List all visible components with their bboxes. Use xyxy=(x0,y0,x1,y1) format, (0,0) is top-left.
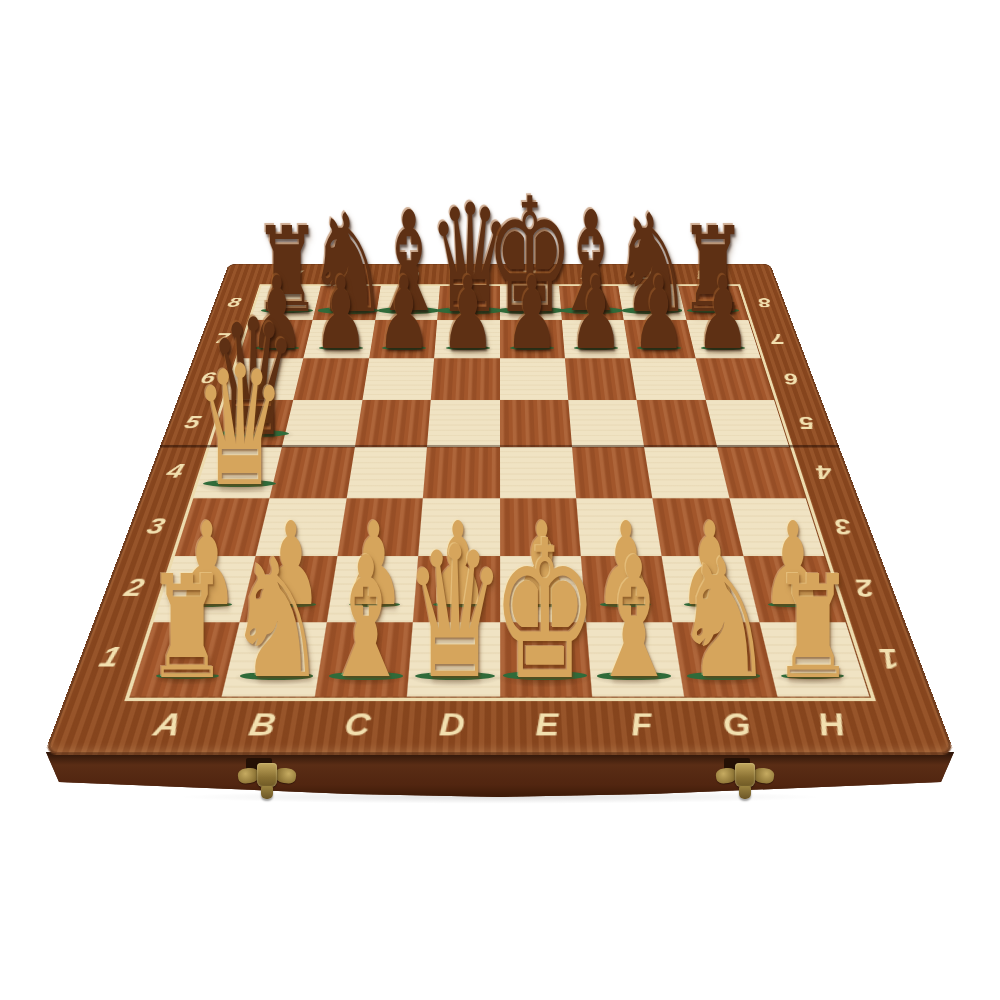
square-f3 xyxy=(576,498,662,556)
square-h6 xyxy=(695,358,774,400)
square-f6 xyxy=(565,358,637,400)
rank-label-right-8: 8 xyxy=(741,286,788,321)
file-label-far-c: C xyxy=(381,266,442,284)
fold-hinge-seam xyxy=(160,445,840,447)
square-e5 xyxy=(500,400,572,446)
rank-label-left-7: 7 xyxy=(196,320,246,358)
square-d2 xyxy=(413,556,499,622)
chess-board: ABCDEFGH ABCDEFGH 87654321 87654321 xyxy=(44,264,955,755)
square-c4 xyxy=(346,447,427,499)
file-label-far-f: F xyxy=(557,266,618,284)
board-perspective: ABCDEFGH ABCDEFGH 87654321 87654321 xyxy=(160,107,839,786)
square-c3 xyxy=(337,498,423,556)
square-b1 xyxy=(222,622,326,697)
square-f1 xyxy=(586,622,684,697)
square-f8 xyxy=(559,286,624,321)
file-label-far-d: D xyxy=(440,266,499,284)
square-b3 xyxy=(256,498,347,556)
file-label-near-b: B xyxy=(210,702,314,748)
rank-label-left-8: 8 xyxy=(210,286,257,321)
square-g4 xyxy=(644,447,729,499)
square-h7 xyxy=(686,320,760,358)
square-d1 xyxy=(407,622,499,697)
square-c1 xyxy=(315,622,413,697)
square-d7 xyxy=(434,320,499,358)
rank-label-right-7: 7 xyxy=(753,320,803,358)
file-label-far-e: E xyxy=(500,266,559,284)
file-label-near-e: E xyxy=(500,702,597,748)
file-coordinates-near: ABCDEFGH xyxy=(113,702,886,748)
square-c6 xyxy=(362,358,434,400)
square-c5 xyxy=(355,400,431,446)
square-a3 xyxy=(175,498,270,556)
square-a1 xyxy=(130,622,241,697)
square-d5 xyxy=(427,400,499,446)
square-b7 xyxy=(304,320,375,358)
rank-label-right-5: 5 xyxy=(779,400,836,446)
square-e7 xyxy=(500,320,565,358)
square-a4 xyxy=(193,447,282,499)
square-b2 xyxy=(240,556,337,622)
square-g6 xyxy=(630,358,705,400)
square-f5 xyxy=(568,400,644,446)
square-c2 xyxy=(327,556,419,622)
square-e6 xyxy=(500,358,569,400)
square-e1 xyxy=(500,622,592,697)
square-c7 xyxy=(369,320,437,358)
square-a8 xyxy=(251,286,322,321)
square-d4 xyxy=(423,447,500,499)
file-label-near-g: G xyxy=(685,702,789,748)
file-label-near-d: D xyxy=(403,702,500,748)
square-g2 xyxy=(662,556,759,622)
square-a7 xyxy=(238,320,312,358)
square-e2 xyxy=(500,556,586,622)
clasp-body-icon xyxy=(257,763,277,787)
brass-clasp-right xyxy=(716,761,774,803)
brass-clasp-left xyxy=(238,761,296,803)
file-label-far-g: G xyxy=(615,266,677,284)
square-h2 xyxy=(743,556,845,622)
file-label-far-h: H xyxy=(673,266,737,284)
file-label-near-c: C xyxy=(306,702,406,748)
square-g3 xyxy=(653,498,744,556)
square-d3 xyxy=(418,498,499,556)
file-label-near-h: H xyxy=(778,702,886,748)
file-label-far-a: A xyxy=(262,266,326,284)
square-b4 xyxy=(270,447,355,499)
square-h5 xyxy=(705,400,789,446)
square-e3 xyxy=(500,498,581,556)
clasp-body-icon xyxy=(735,763,755,787)
file-label-near-f: F xyxy=(592,702,692,748)
square-c8 xyxy=(375,286,440,321)
square-f2 xyxy=(581,556,673,622)
square-d8 xyxy=(437,286,499,321)
file-label-near-a: A xyxy=(113,702,221,748)
square-h4 xyxy=(717,447,806,499)
square-h3 xyxy=(729,498,824,556)
square-d6 xyxy=(431,358,500,400)
square-f7 xyxy=(562,320,630,358)
rank-label-right-6: 6 xyxy=(765,358,819,400)
square-a6 xyxy=(225,358,304,400)
squares-grid xyxy=(130,286,870,697)
square-g8 xyxy=(618,286,686,321)
square-e4 xyxy=(500,447,577,499)
square-e8 xyxy=(500,286,562,321)
square-b6 xyxy=(294,358,369,400)
square-h8 xyxy=(678,286,749,321)
square-b5 xyxy=(282,400,362,446)
square-f4 xyxy=(572,447,653,499)
file-coordinates-far: ABCDEFGH xyxy=(262,266,736,284)
clasp-hook-icon xyxy=(739,786,751,799)
file-label-far-b: B xyxy=(322,266,384,284)
square-g5 xyxy=(637,400,717,446)
square-a5 xyxy=(210,400,294,446)
product-photo: ABCDEFGH ABCDEFGH 87654321 87654321 ♜︎♞︎… xyxy=(0,0,1000,1000)
square-g7 xyxy=(624,320,695,358)
square-h1 xyxy=(759,622,870,697)
square-a2 xyxy=(154,556,256,622)
clasp-hook-icon xyxy=(261,786,273,799)
square-b8 xyxy=(313,286,381,321)
